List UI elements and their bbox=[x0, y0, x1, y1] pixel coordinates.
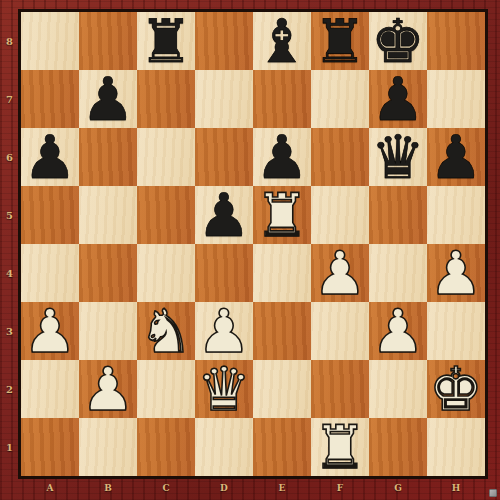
square-f6[interactable] bbox=[311, 128, 369, 186]
square-d4[interactable] bbox=[195, 244, 253, 302]
rank-label-7: 7 bbox=[0, 70, 19, 128]
square-e5[interactable]: ♜ bbox=[253, 186, 311, 244]
piece-white-pawn[interactable]: ♟ bbox=[197, 302, 251, 360]
square-g5[interactable] bbox=[369, 186, 427, 244]
square-c8[interactable]: ♜ bbox=[137, 12, 195, 70]
square-a7[interactable] bbox=[21, 70, 79, 128]
rank-label-3: 3 bbox=[0, 302, 19, 360]
file-label-f: F bbox=[311, 476, 369, 500]
square-h4[interactable]: ♟ bbox=[427, 244, 485, 302]
square-b2[interactable]: ♟ bbox=[79, 360, 137, 418]
square-f5[interactable] bbox=[311, 186, 369, 244]
rank-label-4: 4 bbox=[0, 244, 19, 302]
piece-black-pawn[interactable]: ♟ bbox=[255, 128, 309, 186]
rank-label-1: 1 bbox=[0, 418, 19, 476]
square-b6[interactable] bbox=[79, 128, 137, 186]
file-label-h: H bbox=[427, 476, 485, 500]
square-h5[interactable] bbox=[427, 186, 485, 244]
piece-white-rook[interactable]: ♜ bbox=[313, 418, 367, 476]
square-b8[interactable] bbox=[79, 12, 137, 70]
piece-white-pawn[interactable]: ♟ bbox=[81, 360, 135, 418]
piece-black-pawn[interactable]: ♟ bbox=[429, 128, 483, 186]
piece-black-pawn[interactable]: ♟ bbox=[81, 70, 135, 128]
square-d8[interactable] bbox=[195, 12, 253, 70]
piece-black-pawn[interactable]: ♟ bbox=[371, 70, 425, 128]
square-h3[interactable] bbox=[427, 302, 485, 360]
square-a4[interactable] bbox=[21, 244, 79, 302]
piece-white-rook[interactable]: ♜ bbox=[255, 186, 309, 244]
piece-black-queen[interactable]: ♛ bbox=[371, 128, 425, 186]
rank-labels: 87654321 bbox=[0, 12, 19, 476]
piece-black-rook[interactable]: ♜ bbox=[139, 12, 193, 70]
square-h1[interactable] bbox=[427, 418, 485, 476]
resize-grip-icon[interactable] bbox=[489, 489, 497, 497]
square-a2[interactable] bbox=[21, 360, 79, 418]
piece-black-rook[interactable]: ♜ bbox=[313, 12, 367, 70]
square-c6[interactable] bbox=[137, 128, 195, 186]
square-c5[interactable] bbox=[137, 186, 195, 244]
piece-white-pawn[interactable]: ♟ bbox=[371, 302, 425, 360]
piece-white-king[interactable]: ♚ bbox=[429, 360, 483, 418]
square-f2[interactable] bbox=[311, 360, 369, 418]
square-d3[interactable]: ♟ bbox=[195, 302, 253, 360]
square-f3[interactable] bbox=[311, 302, 369, 360]
square-f4[interactable]: ♟ bbox=[311, 244, 369, 302]
square-h2[interactable]: ♚ bbox=[427, 360, 485, 418]
piece-white-knight[interactable]: ♞ bbox=[139, 302, 193, 360]
file-label-d: D bbox=[195, 476, 253, 500]
square-c7[interactable] bbox=[137, 70, 195, 128]
rank-label-8: 8 bbox=[0, 12, 19, 70]
piece-white-pawn[interactable]: ♟ bbox=[429, 244, 483, 302]
square-a3[interactable]: ♟ bbox=[21, 302, 79, 360]
square-b1[interactable] bbox=[79, 418, 137, 476]
square-e8[interactable]: ♝ bbox=[253, 12, 311, 70]
square-e3[interactable] bbox=[253, 302, 311, 360]
square-c1[interactable] bbox=[137, 418, 195, 476]
square-b4[interactable] bbox=[79, 244, 137, 302]
square-a1[interactable] bbox=[21, 418, 79, 476]
piece-black-king[interactable]: ♚ bbox=[371, 12, 425, 70]
square-b5[interactable] bbox=[79, 186, 137, 244]
square-a5[interactable] bbox=[21, 186, 79, 244]
rank-label-5: 5 bbox=[0, 186, 19, 244]
square-b3[interactable] bbox=[79, 302, 137, 360]
piece-white-queen[interactable]: ♛ bbox=[197, 360, 251, 418]
file-label-e: E bbox=[253, 476, 311, 500]
rank-label-6: 6 bbox=[0, 128, 19, 186]
rank-label-2: 2 bbox=[0, 360, 19, 418]
chess-app-window: ♜♝♜♚♟♟♟♟♛♟♟♜♟♟♟♞♟♟♟♛♚♜ 87654321 ABCDEFGH bbox=[0, 0, 500, 500]
file-label-a: A bbox=[21, 476, 79, 500]
square-g1[interactable] bbox=[369, 418, 427, 476]
square-a6[interactable]: ♟ bbox=[21, 128, 79, 186]
square-h8[interactable] bbox=[427, 12, 485, 70]
piece-black-pawn[interactable]: ♟ bbox=[197, 186, 251, 244]
square-f8[interactable]: ♜ bbox=[311, 12, 369, 70]
piece-white-pawn[interactable]: ♟ bbox=[313, 244, 367, 302]
square-d7[interactable] bbox=[195, 70, 253, 128]
square-e1[interactable] bbox=[253, 418, 311, 476]
piece-black-bishop[interactable]: ♝ bbox=[255, 12, 309, 70]
square-h7[interactable] bbox=[427, 70, 485, 128]
square-h6[interactable]: ♟ bbox=[427, 128, 485, 186]
square-g2[interactable] bbox=[369, 360, 427, 418]
square-e2[interactable] bbox=[253, 360, 311, 418]
square-e6[interactable]: ♟ bbox=[253, 128, 311, 186]
square-g7[interactable]: ♟ bbox=[369, 70, 427, 128]
chess-board: ♜♝♜♚♟♟♟♟♛♟♟♜♟♟♟♞♟♟♟♛♚♜ bbox=[21, 12, 485, 476]
square-g6[interactable]: ♛ bbox=[369, 128, 427, 186]
square-e4[interactable] bbox=[253, 244, 311, 302]
piece-white-pawn[interactable]: ♟ bbox=[23, 302, 77, 360]
square-g3[interactable]: ♟ bbox=[369, 302, 427, 360]
file-label-b: B bbox=[79, 476, 137, 500]
square-g4[interactable] bbox=[369, 244, 427, 302]
square-f7[interactable] bbox=[311, 70, 369, 128]
file-label-c: C bbox=[137, 476, 195, 500]
square-d5[interactable]: ♟ bbox=[195, 186, 253, 244]
square-g8[interactable]: ♚ bbox=[369, 12, 427, 70]
square-c4[interactable] bbox=[137, 244, 195, 302]
square-e7[interactable] bbox=[253, 70, 311, 128]
piece-black-pawn[interactable]: ♟ bbox=[23, 128, 77, 186]
file-label-g: G bbox=[369, 476, 427, 500]
square-d6[interactable] bbox=[195, 128, 253, 186]
square-c3[interactable]: ♞ bbox=[137, 302, 195, 360]
square-d1[interactable] bbox=[195, 418, 253, 476]
square-f1[interactable]: ♜ bbox=[311, 418, 369, 476]
square-c2[interactable] bbox=[137, 360, 195, 418]
square-a8[interactable] bbox=[21, 12, 79, 70]
file-labels: ABCDEFGH bbox=[21, 476, 485, 500]
square-d2[interactable]: ♛ bbox=[195, 360, 253, 418]
square-b7[interactable]: ♟ bbox=[79, 70, 137, 128]
